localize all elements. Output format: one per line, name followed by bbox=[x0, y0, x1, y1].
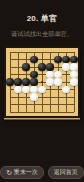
black-stone bbox=[30, 78, 37, 85]
white-stone bbox=[70, 78, 77, 85]
black-stone bbox=[22, 78, 29, 85]
grid-line-horizontal bbox=[10, 112, 75, 113]
black-stone bbox=[30, 56, 37, 63]
restart-button-label: 重来一次 bbox=[14, 168, 38, 177]
white-stone bbox=[62, 63, 69, 70]
white-stone bbox=[46, 78, 53, 85]
black-stone bbox=[70, 56, 77, 63]
white-stone bbox=[54, 71, 61, 78]
white-stone bbox=[62, 86, 69, 93]
black-stone bbox=[38, 63, 45, 70]
white-stone bbox=[22, 86, 29, 93]
home-button-label: 返回首页 bbox=[54, 168, 78, 177]
puzzle-instruction: 请试试找出全部单官。 bbox=[0, 30, 84, 39]
black-stone bbox=[62, 56, 69, 63]
black-stone bbox=[54, 56, 61, 63]
white-stone bbox=[46, 71, 53, 78]
white-stone bbox=[14, 86, 21, 93]
home-button[interactable]: 返回首页 bbox=[48, 166, 84, 179]
black-stone bbox=[22, 63, 29, 70]
restart-button[interactable]: ↻ 重来一次 bbox=[0, 166, 43, 179]
restart-icon: ↻ bbox=[6, 169, 12, 176]
black-stone bbox=[6, 78, 13, 85]
white-stone bbox=[38, 86, 45, 93]
white-stone bbox=[54, 78, 61, 85]
black-stone bbox=[14, 78, 21, 85]
white-stone bbox=[70, 63, 77, 70]
white-stone bbox=[70, 71, 77, 78]
white-stone bbox=[30, 86, 37, 93]
puzzle-page: 20. 单官 请试试找出全部单官。 ↻ 重来一次 返回首页 bbox=[0, 0, 84, 182]
black-stone bbox=[30, 71, 37, 78]
star-point bbox=[41, 81, 43, 83]
go-board[interactable] bbox=[4, 46, 80, 118]
button-bar: ↻ 重来一次 返回首页 bbox=[0, 166, 84, 179]
puzzle-title: 20. 单官 bbox=[0, 13, 84, 24]
white-stone bbox=[30, 93, 37, 100]
black-stone bbox=[46, 63, 53, 70]
